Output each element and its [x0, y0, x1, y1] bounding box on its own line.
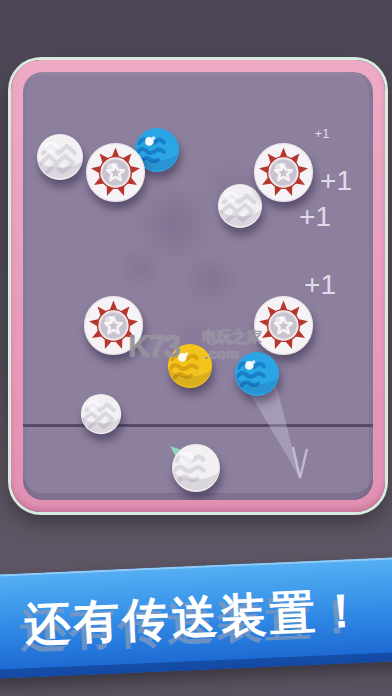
- play-area[interactable]: +1+1+1+1 K73 电玩之家 .com: [23, 72, 373, 500]
- promo-banner: 还有传送装置！: [0, 557, 392, 679]
- star-bumper: [85, 142, 146, 207]
- launcher-white-ball[interactable]: [171, 443, 221, 497]
- shoot-line: [23, 424, 373, 427]
- score-popup: +1: [320, 165, 352, 197]
- score-popup: +1: [315, 126, 330, 141]
- white-ball: [80, 393, 122, 439]
- promo-banner-text: 还有传送装置！: [23, 580, 368, 657]
- white-ball: [36, 133, 84, 185]
- star-bumper: [253, 142, 314, 207]
- watermark: K73 电玩之家 .com: [128, 328, 278, 370]
- score-popup: +1: [299, 201, 331, 233]
- game-board: +1+1+1+1 K73 电玩之家 .com: [11, 60, 385, 512]
- watermark-domain: .com: [204, 345, 239, 362]
- score-popup: +1: [304, 269, 336, 301]
- watermark-logo: K73: [128, 329, 179, 365]
